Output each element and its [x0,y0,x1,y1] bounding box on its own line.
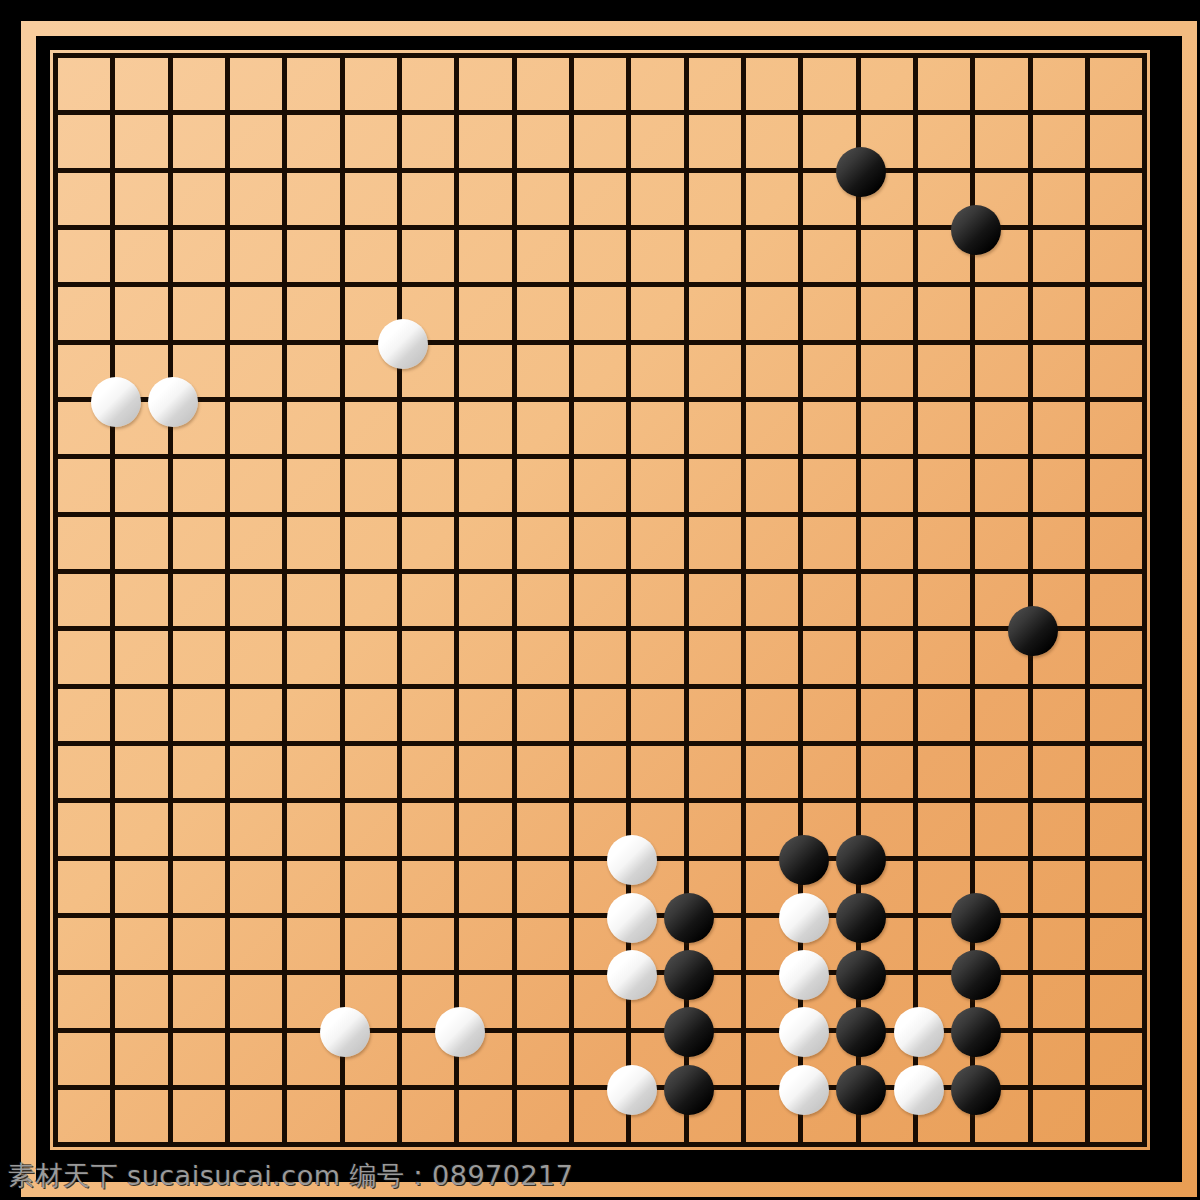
grid-line-h-5 [53,340,1147,345]
white-stone[interactable] [607,893,657,943]
grid-line-v-4 [282,53,287,1147]
grid-line-h-11 [53,684,1147,689]
black-stone[interactable] [836,893,886,943]
white-stone[interactable] [779,893,829,943]
grid-line-v-12 [741,53,746,1147]
grid-line-h-6 [53,397,1147,402]
white-stone[interactable] [894,1007,944,1057]
black-stone[interactable] [951,893,1001,943]
grid-line-v-19 [1142,53,1147,1147]
grid-line-v-8 [512,53,517,1147]
grid-line-v-7 [454,53,459,1147]
grid-line-h-2 [53,168,1147,173]
black-stone[interactable] [779,835,829,885]
black-stone[interactable] [664,950,714,1000]
grid-line-h-1 [53,110,1147,115]
grid-line-v-2 [168,53,173,1147]
white-stone[interactable] [607,1065,657,1115]
black-stone[interactable] [664,1065,714,1115]
grid-line-h-12 [53,741,1147,746]
grid-line-v-9 [569,53,574,1147]
go-board-graphic: 素材天下 sucaisucai.com 编号：08970217 [0,0,1200,1200]
white-stone[interactable] [894,1065,944,1115]
white-stone[interactable] [148,377,198,427]
grid-line-h-7 [53,454,1147,459]
white-stone[interactable] [779,950,829,1000]
grid-line-h-13 [53,798,1147,803]
grid-line-v-1 [110,53,115,1147]
black-stone[interactable] [836,1007,886,1057]
white-stone[interactable] [607,835,657,885]
black-stone[interactable] [664,1007,714,1057]
black-stone[interactable] [951,1065,1001,1115]
go-board[interactable] [50,50,1150,1150]
grid-line-h-8 [53,512,1147,517]
grid-line-h-19 [53,1142,1147,1147]
black-stone[interactable] [836,147,886,197]
grid-line-v-15 [913,53,918,1147]
grid-line-v-6 [397,53,402,1147]
black-stone[interactable] [836,950,886,1000]
black-stone[interactable] [951,205,1001,255]
grid-line-h-14 [53,856,1147,861]
black-stone[interactable] [951,1007,1001,1057]
white-stone[interactable] [378,319,428,369]
white-stone[interactable] [607,950,657,1000]
watermark-text: 素材天下 sucaisucai.com 编号：08970217 [8,1158,573,1194]
white-stone[interactable] [779,1065,829,1115]
white-stone[interactable] [435,1007,485,1057]
black-stone[interactable] [836,835,886,885]
grid-line-h-9 [53,569,1147,574]
grid-line-h-0 [53,53,1147,58]
grid-line-h-10 [53,626,1147,631]
grid-line-v-0 [53,53,58,1147]
black-stone[interactable] [1008,606,1058,656]
white-stone[interactable] [91,377,141,427]
black-stone[interactable] [836,1065,886,1115]
white-stone[interactable] [779,1007,829,1057]
white-stone[interactable] [320,1007,370,1057]
grid-line-v-17 [1028,53,1033,1147]
black-stone[interactable] [951,950,1001,1000]
grid-line-v-5 [340,53,345,1147]
grid-line-v-18 [1085,53,1090,1147]
black-stone[interactable] [664,893,714,943]
grid-line-h-4 [53,282,1147,287]
grid-line-v-3 [225,53,230,1147]
